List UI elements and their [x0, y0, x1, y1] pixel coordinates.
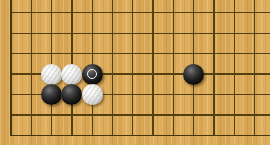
- go-board[interactable]: [0, 0, 270, 145]
- white-stone: [41, 64, 62, 85]
- white-stone: [82, 84, 103, 105]
- go-app-screenshot: [0, 0, 270, 145]
- black-stone: [183, 64, 204, 85]
- black-stone: [41, 84, 62, 105]
- last-move-marker-circle: [87, 69, 98, 80]
- stone-layer: [1, 2, 265, 145]
- black-stone: [61, 84, 82, 105]
- black-stone: [82, 64, 103, 85]
- white-stone: [61, 64, 82, 85]
